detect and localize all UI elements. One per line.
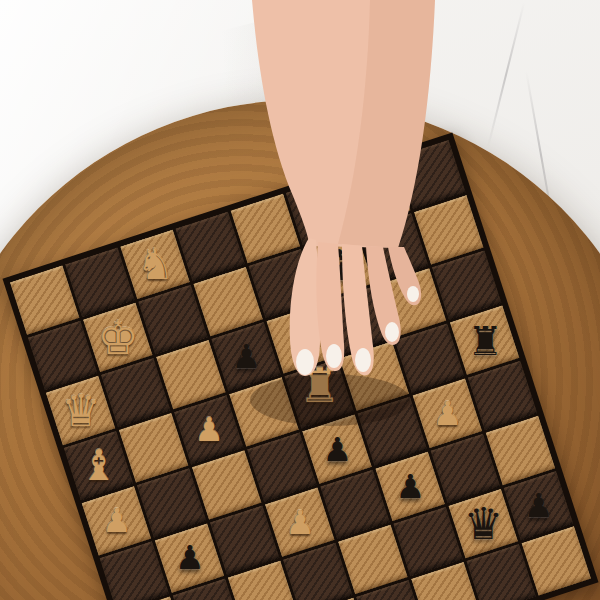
white-pawn[interactable]: ♟ xyxy=(102,504,132,537)
white-knight[interactable]: ♞ xyxy=(136,243,174,285)
black-bishop[interactable]: ♝ xyxy=(320,245,358,287)
black-pawn[interactable]: ♟ xyxy=(175,542,205,575)
white-king[interactable]: ♚ xyxy=(97,314,138,360)
white-queen[interactable]: ♛ xyxy=(61,388,100,432)
black-pawn[interactable]: ♟ xyxy=(322,433,352,466)
white-pawn[interactable]: ♟ xyxy=(194,413,224,446)
black-pawn[interactable]: ♟ xyxy=(524,489,554,522)
black-queen[interactable]: ♛ xyxy=(463,502,502,546)
white-bishop[interactable]: ♝ xyxy=(80,445,118,487)
black-pawn[interactable]: ♟ xyxy=(231,340,261,373)
black-pawn[interactable]: ♟ xyxy=(395,470,425,503)
white-pawn[interactable]: ♟ xyxy=(285,506,315,539)
white-rook[interactable]: ♜ xyxy=(298,361,340,408)
white-pawn[interactable]: ♟ xyxy=(433,397,463,430)
black-rook[interactable]: ♜ xyxy=(467,320,503,360)
